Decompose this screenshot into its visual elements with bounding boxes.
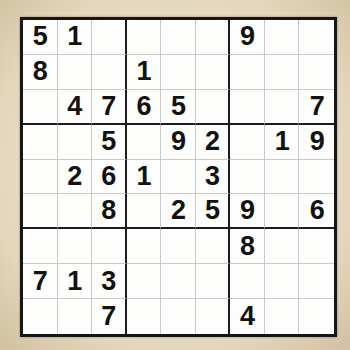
cell-r7c8[interactable] xyxy=(265,229,300,264)
cell-r9c4[interactable] xyxy=(127,299,162,334)
cell-r1c4[interactable] xyxy=(127,20,162,55)
cell-r4c1[interactable] xyxy=(23,125,58,160)
cell-r5c9[interactable] xyxy=(299,160,334,195)
cell-r8c8[interactable] xyxy=(265,264,300,299)
cell-r5c8[interactable] xyxy=(265,160,300,195)
cell-r1c1[interactable]: 5 xyxy=(23,20,58,55)
cell-r5c1[interactable] xyxy=(23,160,58,195)
cell-r9c1[interactable] xyxy=(23,299,58,334)
cell-r8c9[interactable] xyxy=(299,264,334,299)
cell-r5c6[interactable]: 3 xyxy=(196,160,231,195)
cell-r4c7[interactable] xyxy=(230,125,265,160)
cell-r6c5[interactable]: 2 xyxy=(161,194,196,229)
cell-r8c3[interactable]: 3 xyxy=(92,264,127,299)
cell-r9c3[interactable]: 7 xyxy=(92,299,127,334)
cell-r2c9[interactable] xyxy=(299,55,334,90)
cell-r8c6[interactable] xyxy=(196,264,231,299)
cell-r7c9[interactable] xyxy=(299,229,334,264)
cell-r2c2[interactable] xyxy=(58,55,93,90)
cell-r2c1[interactable]: 8 xyxy=(23,55,58,90)
cell-r3c3[interactable]: 7 xyxy=(92,90,127,125)
cell-r3c4[interactable]: 6 xyxy=(127,90,162,125)
cell-r8c2[interactable]: 1 xyxy=(58,264,93,299)
cell-r1c8[interactable] xyxy=(265,20,300,55)
cell-r1c7[interactable]: 9 xyxy=(230,20,265,55)
cell-r4c4[interactable] xyxy=(127,125,162,160)
cell-r9c5[interactable] xyxy=(161,299,196,334)
cell-r6c4[interactable] xyxy=(127,194,162,229)
cell-r7c6[interactable] xyxy=(196,229,231,264)
cell-r3c6[interactable] xyxy=(196,90,231,125)
cell-r2c3[interactable] xyxy=(92,55,127,90)
cell-r8c4[interactable] xyxy=(127,264,162,299)
cell-r3c9[interactable]: 7 xyxy=(299,90,334,125)
cell-r4c3[interactable]: 5 xyxy=(92,125,127,160)
cell-r9c2[interactable] xyxy=(58,299,93,334)
cell-r8c5[interactable] xyxy=(161,264,196,299)
cell-r1c9[interactable] xyxy=(299,20,334,55)
cell-r1c5[interactable] xyxy=(161,20,196,55)
cell-r6c9[interactable]: 6 xyxy=(299,194,334,229)
cell-r2c5[interactable] xyxy=(161,55,196,90)
cell-r1c3[interactable] xyxy=(92,20,127,55)
cell-r7c4[interactable] xyxy=(127,229,162,264)
cell-r5c7[interactable] xyxy=(230,160,265,195)
cell-r3c1[interactable] xyxy=(23,90,58,125)
cell-r3c2[interactable]: 4 xyxy=(58,90,93,125)
cell-r5c5[interactable] xyxy=(161,160,196,195)
cell-r7c2[interactable] xyxy=(58,229,93,264)
cell-r2c6[interactable] xyxy=(196,55,231,90)
cell-r5c3[interactable]: 6 xyxy=(92,160,127,195)
cell-r6c2[interactable] xyxy=(58,194,93,229)
cell-r4c6[interactable]: 2 xyxy=(196,125,231,160)
cell-r6c1[interactable] xyxy=(23,194,58,229)
cell-r9c8[interactable] xyxy=(265,299,300,334)
cell-r6c8[interactable] xyxy=(265,194,300,229)
cell-r8c1[interactable]: 7 xyxy=(23,264,58,299)
cell-r3c5[interactable]: 5 xyxy=(161,90,196,125)
cell-r5c2[interactable]: 2 xyxy=(58,160,93,195)
cell-r4c9[interactable]: 9 xyxy=(299,125,334,160)
cell-r2c8[interactable] xyxy=(265,55,300,90)
cell-r3c8[interactable] xyxy=(265,90,300,125)
cell-r1c2[interactable]: 1 xyxy=(58,20,93,55)
cell-r7c5[interactable] xyxy=(161,229,196,264)
cell-r6c3[interactable]: 8 xyxy=(92,194,127,229)
cell-r6c7[interactable]: 9 xyxy=(230,194,265,229)
cell-r7c1[interactable] xyxy=(23,229,58,264)
cell-r6c6[interactable]: 5 xyxy=(196,194,231,229)
sudoku-board: 519814765759219261382596871374 xyxy=(20,17,337,337)
cell-r9c9[interactable] xyxy=(299,299,334,334)
cell-r1c6[interactable] xyxy=(196,20,231,55)
cell-r7c3[interactable] xyxy=(92,229,127,264)
cell-r4c5[interactable]: 9 xyxy=(161,125,196,160)
cell-r3c7[interactable] xyxy=(230,90,265,125)
cell-r2c7[interactable] xyxy=(230,55,265,90)
cell-r4c2[interactable] xyxy=(58,125,93,160)
cell-r2c4[interactable]: 1 xyxy=(127,55,162,90)
cell-r9c7[interactable]: 4 xyxy=(230,299,265,334)
cell-r4c8[interactable]: 1 xyxy=(265,125,300,160)
cell-r7c7[interactable]: 8 xyxy=(230,229,265,264)
cell-r9c6[interactable] xyxy=(196,299,231,334)
cell-r5c4[interactable]: 1 xyxy=(127,160,162,195)
cell-r8c7[interactable] xyxy=(230,264,265,299)
